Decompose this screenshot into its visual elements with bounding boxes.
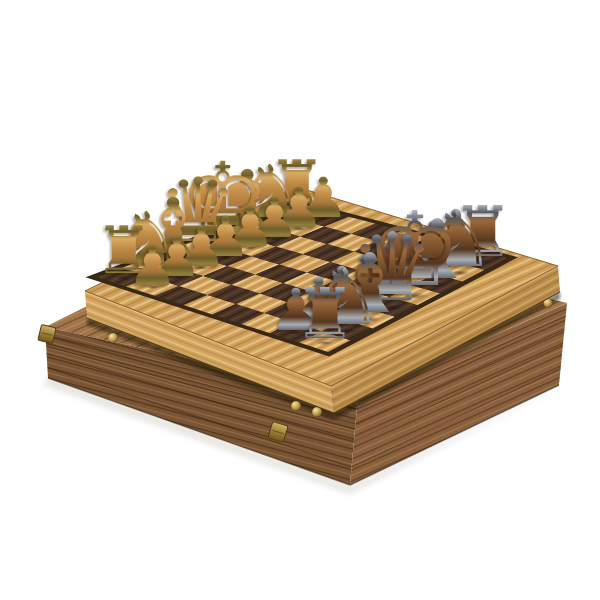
photo-background: Olive and walnut wooden chess set on a w… (0, 0, 600, 600)
brass-foot (291, 401, 301, 411)
brass-foot (108, 333, 118, 343)
brass-foot (312, 407, 322, 417)
brass-clasp-1 (38, 324, 56, 343)
chess-set-render (0, 0, 600, 600)
